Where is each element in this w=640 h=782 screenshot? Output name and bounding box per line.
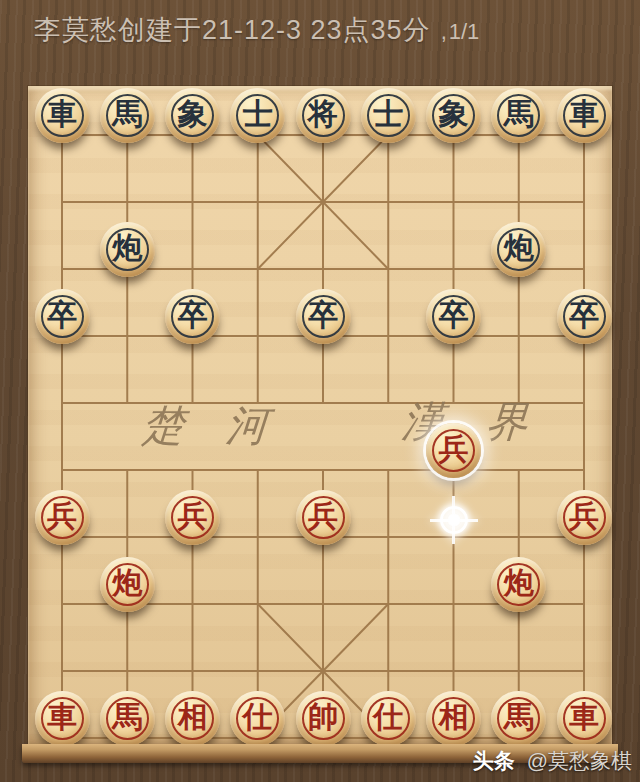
piece-red-cannon[interactable]: 炮	[100, 557, 155, 612]
piece-glyph: 象	[178, 99, 208, 129]
piece-black-elephant[interactable]: 象	[426, 88, 481, 143]
piece-glyph: 卒	[439, 300, 469, 330]
piece-glyph: 仕	[243, 702, 273, 732]
piece-glyph: 将	[308, 99, 338, 129]
piece-glyph: 帥	[308, 702, 338, 732]
piece-red-soldier[interactable]: 兵	[296, 490, 351, 545]
piece-glyph: 兵	[178, 501, 208, 531]
piece-black-chariot[interactable]: 車	[35, 88, 90, 143]
piece-glyph: 卒	[47, 300, 77, 330]
piece-glyph: 車	[47, 99, 77, 129]
piece-glyph: 兵	[47, 501, 77, 531]
piece-black-general[interactable]: 将	[296, 88, 351, 143]
pieces-layer: 車馬象士将士象馬車炮炮卒卒卒卒卒兵兵兵兵兵炮炮車馬相仕帥仕相馬車	[28, 86, 612, 744]
piece-red-soldier[interactable]: 兵	[35, 490, 90, 545]
piece-glyph: 士	[373, 99, 403, 129]
piece-black-advisor[interactable]: 士	[361, 88, 416, 143]
piece-glyph: 士	[243, 99, 273, 129]
piece-glyph: 馬	[504, 99, 534, 129]
piece-black-elephant[interactable]: 象	[165, 88, 220, 143]
app-window: 李莫愁创建于21-12-3 23点35分 , 1/1 楚 河 漢 界 車馬象士将…	[0, 0, 640, 782]
watermark-brand: 头条	[473, 749, 515, 772]
piece-red-chariot[interactable]: 車	[557, 691, 612, 746]
piece-glyph: 兵	[569, 501, 599, 531]
xiangqi-board[interactable]: 楚 河 漢 界 車馬象士将士象馬車炮炮卒卒卒卒卒兵兵兵兵兵炮炮車馬相仕帥仕相馬車	[28, 86, 612, 744]
piece-black-chariot[interactable]: 車	[557, 88, 612, 143]
piece-glyph: 炮	[504, 233, 534, 263]
piece-glyph: 仕	[373, 702, 403, 732]
piece-red-advisor[interactable]: 仕	[361, 691, 416, 746]
piece-glyph: 卒	[308, 300, 338, 330]
piece-glyph: 象	[439, 99, 469, 129]
piece-glyph: 炮	[112, 233, 142, 263]
page-indicator: 1/1	[449, 19, 480, 45]
piece-red-general[interactable]: 帥	[296, 691, 351, 746]
title-separator: ,	[441, 19, 447, 45]
piece-glyph: 卒	[178, 300, 208, 330]
watermark: 头条 @莫愁象棋	[473, 747, 632, 775]
piece-glyph: 車	[569, 702, 599, 732]
piece-red-chariot[interactable]: 車	[35, 691, 90, 746]
piece-red-horse[interactable]: 馬	[491, 691, 546, 746]
piece-glyph: 馬	[112, 99, 142, 129]
piece-red-elephant[interactable]: 相	[165, 691, 220, 746]
piece-glyph: 卒	[569, 300, 599, 330]
piece-black-advisor[interactable]: 士	[230, 88, 285, 143]
piece-black-soldier[interactable]: 卒	[165, 289, 220, 344]
piece-black-soldier[interactable]: 卒	[35, 289, 90, 344]
piece-red-soldier[interactable]: 兵	[426, 423, 481, 478]
piece-red-soldier[interactable]: 兵	[557, 490, 612, 545]
header-bar: 李莫愁创建于21-12-3 23点35分 , 1/1	[34, 12, 634, 56]
record-title: 李莫愁创建于21-12-3 23点35分	[34, 12, 431, 48]
watermark-handle: @莫愁象棋	[527, 749, 632, 772]
piece-red-soldier[interactable]: 兵	[165, 490, 220, 545]
piece-black-horse[interactable]: 馬	[491, 88, 546, 143]
piece-red-horse[interactable]: 馬	[100, 691, 155, 746]
piece-glyph: 炮	[112, 568, 142, 598]
piece-black-cannon[interactable]: 炮	[491, 222, 546, 277]
piece-black-soldier[interactable]: 卒	[557, 289, 612, 344]
piece-red-cannon[interactable]: 炮	[491, 557, 546, 612]
piece-black-cannon[interactable]: 炮	[100, 222, 155, 277]
piece-glyph: 炮	[504, 568, 534, 598]
piece-black-soldier[interactable]: 卒	[426, 289, 481, 344]
piece-glyph: 兵	[439, 434, 469, 464]
piece-glyph: 相	[439, 702, 469, 732]
piece-red-elephant[interactable]: 相	[426, 691, 481, 746]
piece-red-advisor[interactable]: 仕	[230, 691, 285, 746]
piece-black-horse[interactable]: 馬	[100, 88, 155, 143]
piece-glyph: 車	[47, 702, 77, 732]
piece-glyph: 馬	[112, 702, 142, 732]
piece-glyph: 車	[569, 99, 599, 129]
piece-glyph: 相	[178, 702, 208, 732]
piece-black-soldier[interactable]: 卒	[296, 289, 351, 344]
piece-glyph: 兵	[308, 501, 338, 531]
piece-glyph: 馬	[504, 702, 534, 732]
